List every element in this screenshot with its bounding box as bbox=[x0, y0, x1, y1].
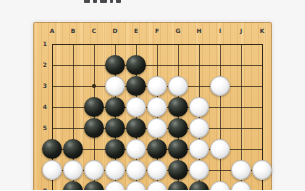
intersection-I7[interactable] bbox=[210, 160, 231, 181]
intersection-E4[interactable] bbox=[126, 97, 147, 118]
white-stone-D8 bbox=[105, 181, 125, 190]
white-stone-F3 bbox=[147, 76, 167, 96]
white-stone-F7 bbox=[147, 160, 167, 180]
intersection-D6[interactable] bbox=[105, 139, 126, 160]
white-stone-B7 bbox=[63, 160, 83, 180]
intersection-D7[interactable] bbox=[105, 160, 126, 181]
intersection-A4[interactable] bbox=[42, 97, 63, 118]
intersection-G8[interactable] bbox=[168, 181, 189, 191]
intersection-E3[interactable] bbox=[126, 76, 147, 97]
white-stone-J7 bbox=[231, 160, 251, 180]
white-stone-D7 bbox=[105, 160, 125, 180]
intersection-F6[interactable] bbox=[147, 139, 168, 160]
intersection-B1[interactable] bbox=[63, 34, 84, 55]
intersection-F7[interactable] bbox=[147, 160, 168, 181]
intersection-I2[interactable] bbox=[210, 55, 231, 76]
intersection-D8[interactable] bbox=[105, 181, 126, 191]
black-stone-E3 bbox=[126, 76, 146, 96]
black-stone-A6 bbox=[42, 139, 62, 159]
intersection-B3[interactable] bbox=[63, 76, 84, 97]
intersection-B8[interactable] bbox=[63, 181, 84, 191]
white-stone-E4 bbox=[126, 97, 146, 117]
clipped-text-mark bbox=[93, 0, 97, 3]
intersection-G3[interactable] bbox=[168, 76, 189, 97]
black-stone-D6 bbox=[105, 139, 125, 159]
intersection-D5[interactable] bbox=[105, 118, 126, 139]
white-stone-C7 bbox=[84, 160, 104, 180]
intersection-F4[interactable] bbox=[147, 97, 168, 118]
intersection-D1[interactable] bbox=[105, 34, 126, 55]
intersection-G1[interactable] bbox=[168, 34, 189, 55]
intersection-E1[interactable] bbox=[126, 34, 147, 55]
intersection-K6[interactable] bbox=[252, 139, 273, 160]
intersection-K2[interactable] bbox=[252, 55, 273, 76]
intersection-J1[interactable] bbox=[231, 34, 252, 55]
clipped-text-mark bbox=[116, 0, 121, 3]
black-stone-D4 bbox=[105, 97, 125, 117]
clipped-text-mark bbox=[110, 0, 113, 3]
intersection-C2[interactable] bbox=[84, 55, 105, 76]
intersection-H5[interactable] bbox=[189, 118, 210, 139]
white-stone-I8 bbox=[210, 181, 230, 190]
intersection-C6[interactable] bbox=[84, 139, 105, 160]
intersection-F1[interactable] bbox=[147, 34, 168, 55]
intersection-J5[interactable] bbox=[231, 118, 252, 139]
clipped-text-mark bbox=[84, 0, 90, 3]
intersection-A8[interactable] bbox=[42, 181, 63, 191]
intersection-I6[interactable] bbox=[210, 139, 231, 160]
intersection-E5[interactable] bbox=[126, 118, 147, 139]
intersection-F2[interactable] bbox=[147, 55, 168, 76]
white-stone-I6 bbox=[210, 139, 230, 159]
video-frame: ABCDEFGHIJK 12345678 bbox=[0, 0, 305, 190]
intersection-H7[interactable] bbox=[189, 160, 210, 181]
intersection-I3[interactable] bbox=[210, 76, 231, 97]
intersection-C1[interactable] bbox=[84, 34, 105, 55]
intersection-A3[interactable] bbox=[42, 76, 63, 97]
white-stone-H7 bbox=[189, 160, 209, 180]
black-stone-B6 bbox=[63, 139, 83, 159]
board-grid bbox=[42, 34, 273, 191]
intersection-C8[interactable] bbox=[84, 181, 105, 191]
black-stone-D2 bbox=[105, 55, 125, 75]
intersection-E7[interactable] bbox=[126, 160, 147, 181]
intersection-I8[interactable] bbox=[210, 181, 231, 191]
intersection-F5[interactable] bbox=[147, 118, 168, 139]
black-stone-H8 bbox=[189, 181, 209, 190]
black-stone-C4 bbox=[84, 97, 104, 117]
intersection-K4[interactable] bbox=[252, 97, 273, 118]
intersection-A2[interactable] bbox=[42, 55, 63, 76]
intersection-H6[interactable] bbox=[189, 139, 210, 160]
white-stone-E7 bbox=[126, 160, 146, 180]
black-stone-G8 bbox=[168, 181, 188, 190]
white-stone-H4 bbox=[189, 97, 209, 117]
white-stone-E8 bbox=[126, 181, 146, 190]
clipped-text-fragment bbox=[84, 0, 121, 4]
intersection-H4[interactable] bbox=[189, 97, 210, 118]
intersection-B5[interactable] bbox=[63, 118, 84, 139]
intersection-J2[interactable] bbox=[231, 55, 252, 76]
white-stone-G3 bbox=[168, 76, 188, 96]
intersection-H8[interactable] bbox=[189, 181, 210, 191]
intersection-I1[interactable] bbox=[210, 34, 231, 55]
black-stone-C5 bbox=[84, 118, 104, 138]
intersection-B6[interactable] bbox=[63, 139, 84, 160]
white-stone-D3 bbox=[105, 76, 125, 96]
intersection-B2[interactable] bbox=[63, 55, 84, 76]
white-stone-A7 bbox=[42, 160, 62, 180]
black-stone-G7 bbox=[168, 160, 188, 180]
intersection-C4[interactable] bbox=[84, 97, 105, 118]
white-stone-I3 bbox=[210, 76, 230, 96]
intersection-H3[interactable] bbox=[189, 76, 210, 97]
intersection-G7[interactable] bbox=[168, 160, 189, 181]
intersection-J4[interactable] bbox=[231, 97, 252, 118]
white-stone-F4 bbox=[147, 97, 167, 117]
intersection-J3[interactable] bbox=[231, 76, 252, 97]
black-stone-F6 bbox=[147, 139, 167, 159]
intersection-K8[interactable] bbox=[252, 181, 273, 191]
intersection-J8[interactable] bbox=[231, 181, 252, 191]
intersection-I5[interactable] bbox=[210, 118, 231, 139]
white-stone-F8 bbox=[147, 181, 167, 190]
intersection-C3[interactable] bbox=[84, 76, 105, 97]
intersection-D2[interactable] bbox=[105, 55, 126, 76]
black-stone-G6 bbox=[168, 139, 188, 159]
intersection-G2[interactable] bbox=[168, 55, 189, 76]
black-stone-E2 bbox=[126, 55, 146, 75]
intersection-E6[interactable] bbox=[126, 139, 147, 160]
intersection-K1[interactable] bbox=[252, 34, 273, 55]
intersection-F3[interactable] bbox=[147, 76, 168, 97]
intersection-J6[interactable] bbox=[231, 139, 252, 160]
white-stone-J8 bbox=[231, 181, 251, 190]
black-stone-B8 bbox=[63, 181, 83, 190]
intersection-A7[interactable] bbox=[42, 160, 63, 181]
intersection-K7[interactable] bbox=[252, 160, 273, 181]
white-stone-H5 bbox=[189, 118, 209, 138]
white-stone-K7 bbox=[252, 160, 272, 180]
black-stone-G5 bbox=[168, 118, 188, 138]
intersection-G4[interactable] bbox=[168, 97, 189, 118]
black-stone-D5 bbox=[105, 118, 125, 138]
intersection-A5[interactable] bbox=[42, 118, 63, 139]
black-stone-G4 bbox=[168, 97, 188, 117]
intersection-A1[interactable] bbox=[42, 34, 63, 55]
intersection-K5[interactable] bbox=[252, 118, 273, 139]
black-stone-E5 bbox=[126, 118, 146, 138]
black-stone-C8 bbox=[84, 181, 104, 190]
intersection-D4[interactable] bbox=[105, 97, 126, 118]
intersection-K3[interactable] bbox=[252, 76, 273, 97]
intersection-E2[interactable] bbox=[126, 55, 147, 76]
intersection-B7[interactable] bbox=[63, 160, 84, 181]
white-stone-E6 bbox=[126, 139, 146, 159]
intersection-G6[interactable] bbox=[168, 139, 189, 160]
intersection-E8[interactable] bbox=[126, 181, 147, 191]
intersection-C7[interactable] bbox=[84, 160, 105, 181]
intersection-J7[interactable] bbox=[231, 160, 252, 181]
star-point-C3 bbox=[92, 84, 96, 88]
white-stone-H6 bbox=[189, 139, 209, 159]
intersection-F8[interactable] bbox=[147, 181, 168, 191]
white-stone-F5 bbox=[147, 118, 167, 138]
intersection-D3[interactable] bbox=[105, 76, 126, 97]
clipped-text-mark bbox=[100, 0, 107, 3]
go-board: ABCDEFGHIJK 12345678 bbox=[33, 22, 272, 190]
intersection-C5[interactable] bbox=[84, 118, 105, 139]
intersection-A6[interactable] bbox=[42, 139, 63, 160]
intersection-B4[interactable] bbox=[63, 97, 84, 118]
intersection-H1[interactable] bbox=[189, 34, 210, 55]
intersection-I4[interactable] bbox=[210, 97, 231, 118]
intersection-G5[interactable] bbox=[168, 118, 189, 139]
intersection-H2[interactable] bbox=[189, 55, 210, 76]
